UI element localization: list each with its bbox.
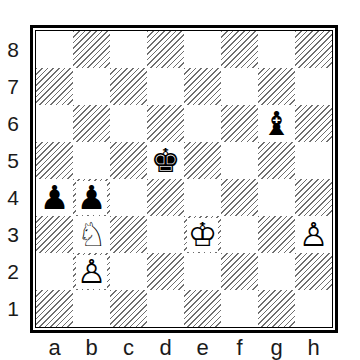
square-e8[interactable] (184, 31, 221, 68)
file-label-a: a (36, 335, 73, 360)
black-pawn[interactable]: ♟ (39, 181, 70, 215)
square-a4[interactable]: ♟ (36, 179, 73, 216)
square-d6[interactable] (147, 105, 184, 142)
file-label-g: g (258, 335, 295, 360)
square-c2[interactable] (110, 253, 147, 290)
square-b5[interactable] (73, 142, 110, 179)
black-bishop[interactable]: ♝ (261, 107, 292, 141)
rank-label-3: 3 (0, 216, 26, 253)
file-label-d: d (147, 335, 184, 360)
rank-label-6: 6 (0, 105, 26, 142)
square-g7[interactable] (258, 68, 295, 105)
square-c7[interactable] (110, 68, 147, 105)
square-g4[interactable] (258, 179, 295, 216)
file-label-f: f (221, 335, 258, 360)
square-e7[interactable] (184, 68, 221, 105)
square-h3[interactable]: ♙ (295, 216, 332, 253)
square-g3[interactable] (258, 216, 295, 253)
square-b6[interactable] (73, 105, 110, 142)
square-a6[interactable] (36, 105, 73, 142)
square-h8[interactable] (295, 31, 332, 68)
square-f6[interactable] (221, 105, 258, 142)
black-king[interactable]: ♚ (150, 144, 181, 178)
square-h6[interactable] (295, 105, 332, 142)
rank-label-1: 1 (0, 290, 26, 327)
square-e2[interactable] (184, 253, 221, 290)
square-a1[interactable] (36, 290, 73, 327)
file-label-b: b (73, 335, 110, 360)
square-g5[interactable] (258, 142, 295, 179)
chess-board: ♝♚♟♟♘♔♙♙ (36, 31, 332, 327)
square-c4[interactable] (110, 179, 147, 216)
square-f2[interactable] (221, 253, 258, 290)
rank-label-4: 4 (0, 179, 26, 216)
square-d1[interactable] (147, 290, 184, 327)
rank-label-5: 5 (0, 142, 26, 179)
file-label-e: e (184, 335, 221, 360)
square-f5[interactable] (221, 142, 258, 179)
square-h1[interactable] (295, 290, 332, 327)
square-g2[interactable] (258, 253, 295, 290)
square-d5[interactable]: ♚ (147, 142, 184, 179)
white-pawn[interactable]: ♙ (76, 255, 107, 289)
square-c1[interactable] (110, 290, 147, 327)
square-h2[interactable] (295, 253, 332, 290)
square-g6[interactable]: ♝ (258, 105, 295, 142)
square-e6[interactable] (184, 105, 221, 142)
white-knight[interactable]: ♘ (76, 218, 107, 252)
square-a3[interactable] (36, 216, 73, 253)
square-h4[interactable] (295, 179, 332, 216)
square-d4[interactable] (147, 179, 184, 216)
rank-label-2: 2 (0, 253, 26, 290)
square-b1[interactable] (73, 290, 110, 327)
square-b4[interactable]: ♟ (73, 179, 110, 216)
square-f7[interactable] (221, 68, 258, 105)
square-c3[interactable] (110, 216, 147, 253)
chess-board-frame: ♝♚♟♟♘♔♙♙ (30, 25, 338, 333)
square-b2[interactable]: ♙ (73, 253, 110, 290)
square-c8[interactable] (110, 31, 147, 68)
square-g8[interactable] (258, 31, 295, 68)
square-c6[interactable] (110, 105, 147, 142)
black-pawn[interactable]: ♟ (76, 181, 107, 215)
square-a7[interactable] (36, 68, 73, 105)
chess-board-border: ♝♚♟♟♘♔♙♙ (35, 30, 333, 328)
square-h7[interactable] (295, 68, 332, 105)
square-e5[interactable] (184, 142, 221, 179)
rank-label-7: 7 (0, 68, 26, 105)
square-a5[interactable] (36, 142, 73, 179)
square-c5[interactable] (110, 142, 147, 179)
square-f3[interactable] (221, 216, 258, 253)
square-d8[interactable] (147, 31, 184, 68)
square-d2[interactable] (147, 253, 184, 290)
rank-label-8: 8 (0, 31, 26, 68)
square-b3[interactable]: ♘ (73, 216, 110, 253)
square-g1[interactable] (258, 290, 295, 327)
square-d3[interactable] (147, 216, 184, 253)
square-f1[interactable] (221, 290, 258, 327)
square-e1[interactable] (184, 290, 221, 327)
square-a2[interactable] (36, 253, 73, 290)
square-h5[interactable] (295, 142, 332, 179)
file-label-c: c (110, 335, 147, 360)
square-e3[interactable]: ♔ (184, 216, 221, 253)
file-label-h: h (295, 335, 332, 360)
square-b8[interactable] (73, 31, 110, 68)
square-d7[interactable] (147, 68, 184, 105)
white-pawn[interactable]: ♙ (298, 218, 329, 252)
square-f8[interactable] (221, 31, 258, 68)
rank-labels: 87654321 (0, 31, 26, 327)
chess-diagram: 87654321 ♝♚♟♟♘♔♙♙ abcdefgh (0, 0, 360, 360)
square-e4[interactable] (184, 179, 221, 216)
square-f4[interactable] (221, 179, 258, 216)
square-b7[interactable] (73, 68, 110, 105)
square-a8[interactable] (36, 31, 73, 68)
white-king[interactable]: ♔ (187, 218, 218, 252)
file-labels: abcdefgh (36, 335, 332, 360)
